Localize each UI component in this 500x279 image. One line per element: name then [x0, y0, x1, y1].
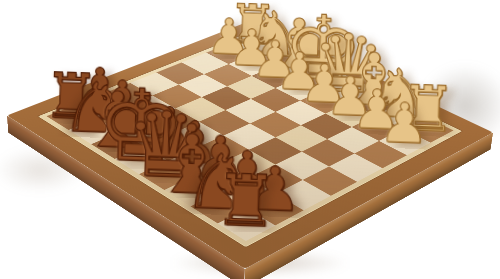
chess-set-photo: ♜♞♝♛♚♝♞♜♟♟♟♟♟♟♟♟♟♟♟♟♟♟♟♟♜♞♝♛♚♝♞♜	[0, 0, 500, 279]
chess-board: ♜♞♝♛♚♝♞♜♟♟♟♟♟♟♟♟♟♟♟♟♟♟♟♟♜♞♝♛♚♝♞♜	[7, 19, 493, 269]
perspective-scene: ♜♞♝♛♚♝♞♜♟♟♟♟♟♟♟♟♟♟♟♟♟♟♟♟♜♞♝♛♚♝♞♜	[0, 0, 500, 279]
pieces-layer: ♜♞♝♛♚♝♞♜♟♟♟♟♟♟♟♟♟♟♟♟♟♟♟♟♜♞♝♛♚♝♞♜	[46, 34, 453, 241]
